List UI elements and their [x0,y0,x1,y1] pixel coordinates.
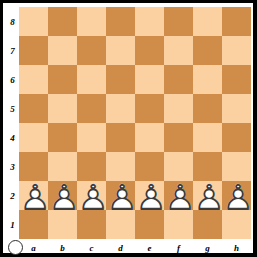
square-d6[interactable] [106,65,135,94]
square-f1[interactable] [164,210,193,239]
square-d4[interactable] [106,123,135,152]
square-d7[interactable] [106,36,135,65]
chess-diagram: 87654321 ♟♙♟♙♟♙♟♙♟♙♟♙♟♙♟♙ abcdefgh [0,0,257,257]
square-b1[interactable] [48,210,77,239]
square-f5[interactable] [164,94,193,123]
square-a5[interactable] [19,94,48,123]
square-e4[interactable] [135,123,164,152]
square-e8[interactable] [135,7,164,36]
square-e7[interactable] [135,36,164,65]
square-d5[interactable] [106,94,135,123]
file-labels: abcdefgh [19,239,251,256]
square-e1[interactable] [135,210,164,239]
square-d8[interactable] [106,7,135,36]
square-b4[interactable] [48,123,77,152]
square-b2[interactable]: ♟♙ [48,181,77,210]
file-label-g: g [193,239,222,256]
file-label-e: e [135,239,164,256]
square-d2[interactable]: ♟♙ [106,181,135,210]
rank-label-4: 4 [6,123,19,152]
square-c3[interactable] [77,152,106,181]
square-g8[interactable] [193,7,222,36]
square-d1[interactable] [106,210,135,239]
square-c1[interactable] [77,210,106,239]
square-b6[interactable] [48,65,77,94]
square-g6[interactable] [193,65,222,94]
square-h8[interactable] [222,7,251,36]
square-f2[interactable]: ♟♙ [164,181,193,210]
square-c8[interactable] [77,7,106,36]
square-e3[interactable] [135,152,164,181]
rank-label-5: 5 [6,94,19,123]
square-e2[interactable]: ♟♙ [135,181,164,210]
square-c4[interactable] [77,123,106,152]
file-label-b: b [48,239,77,256]
square-c7[interactable] [77,36,106,65]
square-d3[interactable] [106,152,135,181]
rank-label-2: 2 [6,181,19,210]
square-a2[interactable]: ♟♙ [19,181,48,210]
square-e6[interactable] [135,65,164,94]
white-to-move-indicator [8,240,23,255]
file-label-c: c [77,239,106,256]
square-h3[interactable] [222,152,251,181]
rank-label-3: 3 [6,152,19,181]
file-label-h: h [222,239,251,256]
square-g4[interactable] [193,123,222,152]
square-e5[interactable] [135,94,164,123]
square-h7[interactable] [222,36,251,65]
rank-label-1: 1 [6,210,19,239]
square-g5[interactable] [193,94,222,123]
square-a8[interactable] [19,7,48,36]
rank-label-8: 8 [6,7,19,36]
square-f4[interactable] [164,123,193,152]
square-h6[interactable] [222,65,251,94]
square-c2[interactable]: ♟♙ [77,181,106,210]
square-h1[interactable] [222,210,251,239]
square-f6[interactable] [164,65,193,94]
square-g1[interactable] [193,210,222,239]
square-g3[interactable] [193,152,222,181]
file-label-a: a [19,239,48,256]
rank-label-6: 6 [6,65,19,94]
square-b5[interactable] [48,94,77,123]
square-f8[interactable] [164,7,193,36]
square-f3[interactable] [164,152,193,181]
file-label-d: d [106,239,135,256]
square-g2[interactable]: ♟♙ [193,181,222,210]
square-b8[interactable] [48,7,77,36]
square-h4[interactable] [222,123,251,152]
square-a1[interactable] [19,210,48,239]
rank-label-7: 7 [6,36,19,65]
square-a7[interactable] [19,36,48,65]
square-a6[interactable] [19,65,48,94]
diagram-background: 87654321 ♟♙♟♙♟♙♟♙♟♙♟♙♟♙♟♙ abcdefgh [3,3,253,253]
file-label-f: f [164,239,193,256]
rank-labels: 87654321 [6,7,19,239]
square-h2[interactable]: ♟♙ [222,181,251,210]
chess-board: ♟♙♟♙♟♙♟♙♟♙♟♙♟♙♟♙ [19,7,251,239]
square-c5[interactable] [77,94,106,123]
square-f7[interactable] [164,36,193,65]
square-h5[interactable] [222,94,251,123]
square-b3[interactable] [48,152,77,181]
square-c6[interactable] [77,65,106,94]
square-g7[interactable] [193,36,222,65]
square-b7[interactable] [48,36,77,65]
square-a3[interactable] [19,152,48,181]
square-a4[interactable] [19,123,48,152]
